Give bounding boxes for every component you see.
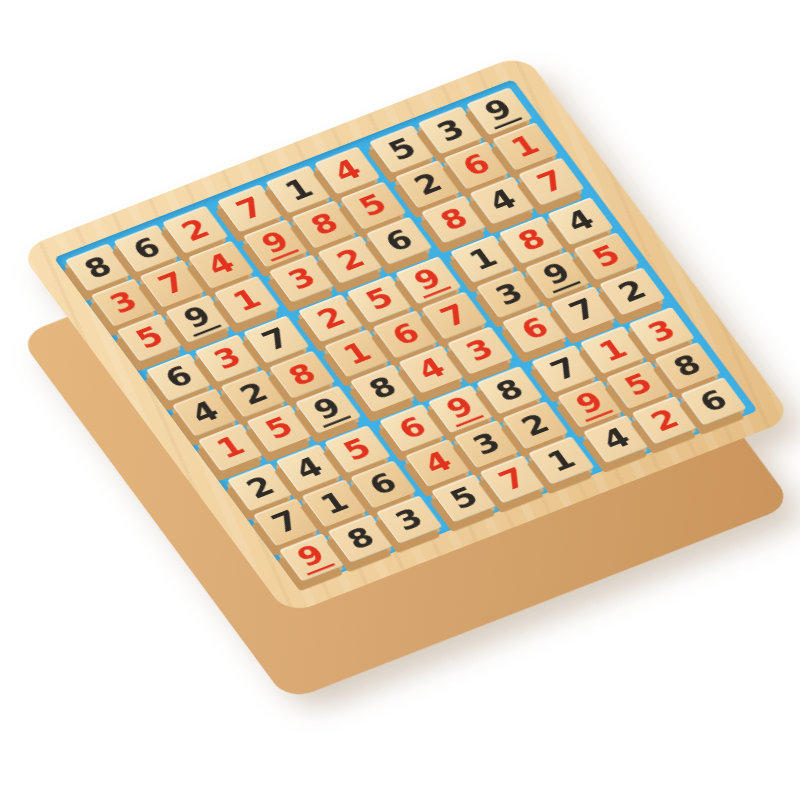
tile-digit: 4	[413, 354, 451, 384]
tile-digit: 3	[468, 429, 506, 459]
tile-digit: 8	[306, 209, 344, 239]
tile-digit: 1	[280, 174, 318, 204]
tile-digit: 9	[406, 262, 451, 298]
tile-digit: 8	[513, 225, 551, 255]
tile-digit: 1	[316, 488, 354, 518]
tile-digit: 5	[620, 370, 658, 400]
tile-digit: 3	[105, 287, 143, 317]
product-photo-scene: 8623745917149853265392618476374281592591…	[0, 0, 800, 800]
tile-digit: 9	[289, 539, 334, 575]
tile-digit: 8	[669, 351, 707, 381]
tile-digit: 3	[432, 115, 470, 145]
tile-digit: 4	[329, 155, 367, 185]
tile-digit: 6	[128, 233, 166, 263]
tile-digit: 4	[598, 424, 636, 454]
tile-digit: 9	[176, 301, 221, 337]
tile-digit: 6	[387, 319, 425, 349]
tile-digit: 5	[588, 241, 626, 271]
tile-digit: 2	[176, 214, 214, 244]
tile-digit: 4	[290, 453, 328, 483]
tile-digit: 7	[154, 268, 192, 298]
tile-digit: 9	[535, 257, 580, 293]
tile-digit: 1	[543, 445, 581, 475]
tile-digit: 9	[438, 391, 483, 427]
tile-digit: 7	[494, 464, 532, 494]
tile-digit: 9	[568, 386, 613, 422]
tile-digit: 2	[312, 303, 350, 333]
tile-digit: 4	[202, 250, 240, 280]
tile-digit: 8	[79, 252, 117, 282]
tile-digit: 9	[305, 392, 350, 428]
tile-digit: 6	[365, 469, 403, 499]
tile-digit: 4	[186, 397, 224, 427]
tile-digit: 3	[391, 504, 429, 534]
tile-digit: 6	[394, 413, 432, 443]
tile-digit: 4	[484, 185, 522, 215]
tile-digit: 2	[241, 472, 279, 502]
sudoku-board: 8623745917149853265392618476374281592591…	[18, 53, 794, 615]
tile-digit: 7	[532, 166, 570, 196]
tile-digit: 9	[477, 93, 522, 129]
tile-digit: 2	[332, 244, 370, 274]
tile-digit: 3	[490, 279, 528, 309]
tile-digit: 6	[160, 362, 198, 392]
tile-digit: 7	[546, 354, 584, 384]
tile-digit: 2	[614, 276, 652, 306]
tile-digit: 8	[342, 523, 380, 553]
tile-digit: 5	[261, 413, 299, 443]
tile-digit: 1	[465, 244, 503, 274]
tile-digit: 9	[253, 225, 298, 261]
tile-digit: 2	[646, 405, 684, 435]
tile-digit: 8	[435, 204, 473, 234]
tile-digit: 2	[409, 169, 447, 199]
tile-digit: 5	[339, 434, 377, 464]
tile-digit: 5	[361, 284, 399, 314]
tile-digit: 5	[383, 134, 421, 164]
tile-digit: 4	[419, 448, 457, 478]
tile-digit: 3	[643, 316, 681, 346]
tile-digit: 5	[354, 190, 392, 220]
tile-digit: 7	[267, 507, 305, 537]
tile-digit: 1	[507, 131, 545, 161]
tile-digit: 8	[283, 359, 321, 389]
tile-digit: 6	[695, 386, 733, 416]
tile-digit: 2	[517, 410, 555, 440]
tile-digit: 6	[380, 225, 418, 255]
tile-digit: 7	[231, 193, 269, 223]
tile-digit: 2	[235, 378, 273, 408]
tile-digit: 4	[562, 206, 600, 236]
tile-digit: 7	[436, 300, 474, 330]
tile-digit: 7	[565, 295, 603, 325]
tile-digit: 1	[212, 432, 250, 462]
tile-digit: 3	[209, 343, 247, 373]
tile-digit: 1	[338, 338, 376, 368]
tile-digit: 6	[516, 314, 554, 344]
tile-digit: 3	[283, 263, 321, 293]
tile-digit: 8	[364, 373, 402, 403]
tile-digit: 8	[491, 375, 529, 405]
tile-digit: 6	[458, 150, 496, 180]
tile-digit: 7	[258, 324, 296, 354]
tile-digit: 1	[228, 285, 266, 315]
tile-digit: 5	[445, 483, 483, 513]
tile-digit: 1	[594, 335, 632, 365]
tile-digit: 5	[131, 322, 169, 352]
tile-digit: 3	[461, 335, 499, 365]
